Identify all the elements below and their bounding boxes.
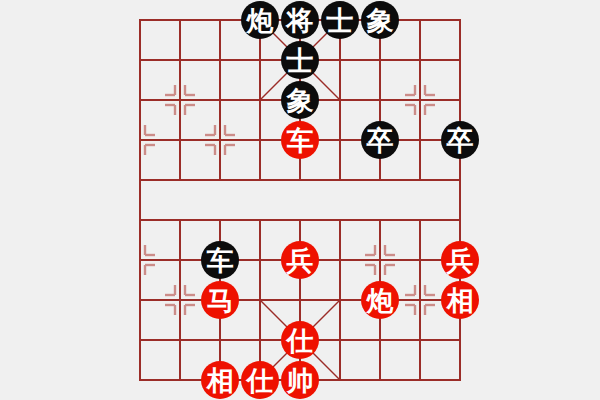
piece-red-advisor[interactable]: 仕 <box>241 361 279 399</box>
piece-black-elephant[interactable]: 象 <box>281 81 319 119</box>
piece-red-elephant[interactable]: 相 <box>441 281 479 319</box>
piece-black-elephant[interactable]: 象 <box>361 1 399 39</box>
piece-black-cannon[interactable]: 炮 <box>241 1 279 39</box>
piece-red-elephant[interactable]: 相 <box>201 361 239 399</box>
piece-red-horse[interactable]: 马 <box>201 281 239 319</box>
piece-red-chariot[interactable]: 车 <box>281 121 319 159</box>
piece-black-advisor[interactable]: 士 <box>281 41 319 79</box>
xiangqi-app-window: 炮将士象士象车卒卒车兵兵马炮相仕相仕帅 <box>0 0 600 400</box>
piece-red-soldier[interactable]: 兵 <box>441 241 479 279</box>
piece-black-chariot[interactable]: 车 <box>201 241 239 279</box>
piece-red-cannon[interactable]: 炮 <box>361 281 399 319</box>
piece-black-general[interactable]: 将 <box>281 1 319 39</box>
piece-red-general[interactable]: 帅 <box>281 361 319 399</box>
piece-red-advisor[interactable]: 仕 <box>281 321 319 359</box>
piece-black-soldier[interactable]: 卒 <box>441 121 479 159</box>
piece-black-soldier[interactable]: 卒 <box>361 121 399 159</box>
piece-red-soldier[interactable]: 兵 <box>281 241 319 279</box>
piece-black-advisor[interactable]: 士 <box>321 1 359 39</box>
